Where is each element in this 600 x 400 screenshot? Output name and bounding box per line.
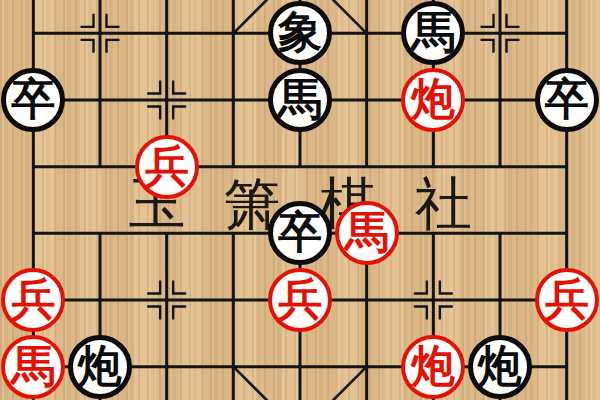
piece-glyph: 卒 [278,210,322,254]
piece-glyph: 兵 [11,277,55,321]
piece-glyph: 炮 [478,344,522,388]
piece-layer: 象馬卒馬炮卒兵卒馬兵兵兵馬炮炮炮 [0,0,600,400]
black-cannon[interactable]: 炮 [468,335,532,399]
piece-glyph: 炮 [411,344,455,388]
piece-glyph: 兵 [278,277,322,321]
black-soldier[interactable]: 卒 [268,201,332,265]
piece-glyph: 馬 [345,210,389,254]
red-horse[interactable]: 馬 [335,201,399,265]
piece-glyph: 卒 [11,77,55,121]
black-soldier[interactable]: 卒 [535,68,599,132]
black-soldier[interactable]: 卒 [1,68,65,132]
black-horse[interactable]: 馬 [401,1,465,65]
red-cannon[interactable]: 炮 [401,68,465,132]
piece-glyph: 馬 [278,77,322,121]
red-soldier[interactable]: 兵 [535,268,599,332]
red-soldier[interactable]: 兵 [1,268,65,332]
piece-glyph: 兵 [145,144,189,188]
black-cannon[interactable]: 炮 [68,335,132,399]
black-elephant[interactable]: 象 [268,1,332,65]
piece-glyph: 兵 [545,277,589,321]
black-horse[interactable]: 馬 [268,68,332,132]
piece-glyph: 象 [278,10,322,54]
red-soldier[interactable]: 兵 [135,135,199,199]
red-cannon[interactable]: 炮 [401,335,465,399]
piece-glyph: 馬 [11,344,55,388]
xiangqi-board: 玉箫棋社 象馬卒馬炮卒兵卒馬兵兵兵馬炮炮炮 [0,0,600,400]
red-horse[interactable]: 馬 [1,335,65,399]
piece-glyph: 炮 [78,344,122,388]
red-soldier[interactable]: 兵 [268,268,332,332]
piece-glyph: 卒 [545,77,589,121]
piece-glyph: 馬 [411,10,455,54]
piece-glyph: 炮 [411,77,455,121]
